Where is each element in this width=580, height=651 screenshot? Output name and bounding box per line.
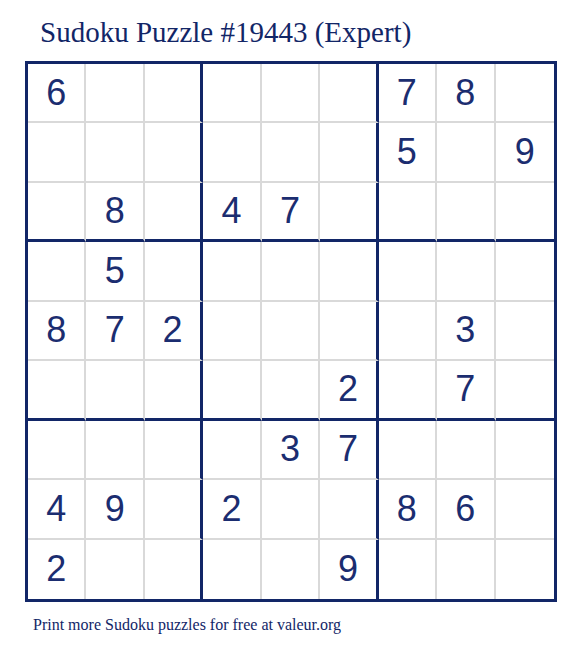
cell-r1c8: 8 (437, 64, 495, 123)
cell-r1c4 (203, 64, 261, 123)
cell-r5c6 (320, 302, 378, 361)
cell-r1c5 (262, 64, 320, 123)
cell-r8c4: 2 (203, 480, 261, 539)
cell-r5c5 (262, 302, 320, 361)
cell-r7c7 (379, 421, 437, 480)
cell-r4c8 (437, 242, 495, 301)
sudoku-board: 678598475872327374928629 (25, 61, 557, 602)
cell-r3c4: 4 (203, 183, 261, 242)
cell-r3c2: 8 (86, 183, 144, 242)
cell-r1c3 (145, 64, 203, 123)
cell-r9c9 (496, 540, 554, 599)
cell-r3c7 (379, 183, 437, 242)
cell-r5c4 (203, 302, 261, 361)
cell-r3c9 (496, 183, 554, 242)
page-title: Sudoku Puzzle #19443 (Expert) (40, 16, 411, 49)
cell-r9c3 (145, 540, 203, 599)
cell-r4c2: 5 (86, 242, 144, 301)
cell-r8c3 (145, 480, 203, 539)
cell-r3c8 (437, 183, 495, 242)
cell-r9c7 (379, 540, 437, 599)
cell-r8c7: 8 (379, 480, 437, 539)
cell-r2c9: 9 (496, 123, 554, 182)
cell-r2c4 (203, 123, 261, 182)
page: Sudoku Puzzle #19443 (Expert) 6785984758… (0, 0, 580, 651)
cell-r4c9 (496, 242, 554, 301)
cell-r9c2 (86, 540, 144, 599)
cell-r6c1 (28, 361, 86, 420)
cell-r1c2 (86, 64, 144, 123)
cell-r2c7: 5 (379, 123, 437, 182)
cell-r4c3 (145, 242, 203, 301)
cell-r8c8: 6 (437, 480, 495, 539)
cell-r5c9 (496, 302, 554, 361)
cell-r2c1 (28, 123, 86, 182)
cell-r4c5 (262, 242, 320, 301)
cell-r6c6: 2 (320, 361, 378, 420)
cell-r9c6: 9 (320, 540, 378, 599)
cell-r1c7: 7 (379, 64, 437, 123)
cell-r5c3: 2 (145, 302, 203, 361)
cell-r1c9 (496, 64, 554, 123)
cell-r8c1: 4 (28, 480, 86, 539)
cell-r8c6 (320, 480, 378, 539)
cell-r9c4 (203, 540, 261, 599)
cell-r6c7 (379, 361, 437, 420)
cell-r5c8: 3 (437, 302, 495, 361)
cell-r6c9 (496, 361, 554, 420)
cell-r7c2 (86, 421, 144, 480)
cell-r2c2 (86, 123, 144, 182)
cell-r3c5: 7 (262, 183, 320, 242)
cell-r4c6 (320, 242, 378, 301)
cell-r3c1 (28, 183, 86, 242)
cell-r5c1: 8 (28, 302, 86, 361)
cell-r7c9 (496, 421, 554, 480)
cell-r5c2: 7 (86, 302, 144, 361)
cell-r6c2 (86, 361, 144, 420)
cell-r1c6 (320, 64, 378, 123)
cell-r8c5 (262, 480, 320, 539)
cell-r7c5: 3 (262, 421, 320, 480)
cell-r3c3 (145, 183, 203, 242)
cell-r6c5 (262, 361, 320, 420)
footer-text: Print more Sudoku puzzles for free at va… (33, 616, 341, 634)
cell-r8c9 (496, 480, 554, 539)
cell-r9c8 (437, 540, 495, 599)
cell-r1c1: 6 (28, 64, 86, 123)
cell-r2c3 (145, 123, 203, 182)
cell-r7c8 (437, 421, 495, 480)
cell-r7c3 (145, 421, 203, 480)
cell-r4c4 (203, 242, 261, 301)
cell-r7c1 (28, 421, 86, 480)
cell-r4c1 (28, 242, 86, 301)
cell-r4c7 (379, 242, 437, 301)
cell-r2c8 (437, 123, 495, 182)
cell-r8c2: 9 (86, 480, 144, 539)
cell-r6c3 (145, 361, 203, 420)
cell-r3c6 (320, 183, 378, 242)
cell-r7c4 (203, 421, 261, 480)
cell-r2c5 (262, 123, 320, 182)
cell-r6c4 (203, 361, 261, 420)
cell-r6c8: 7 (437, 361, 495, 420)
cell-r9c5 (262, 540, 320, 599)
cell-r5c7 (379, 302, 437, 361)
cell-r9c1: 2 (28, 540, 86, 599)
cell-r7c6: 7 (320, 421, 378, 480)
cell-r2c6 (320, 123, 378, 182)
